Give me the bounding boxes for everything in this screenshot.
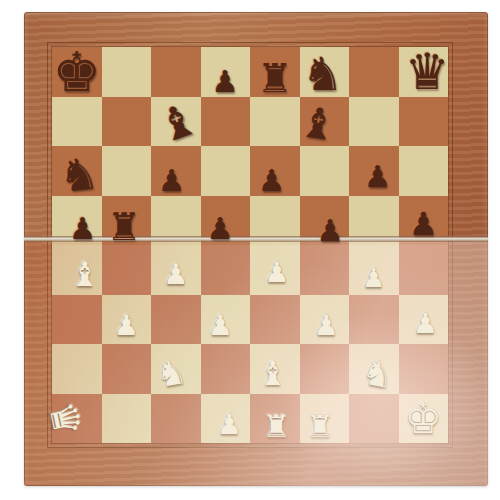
white-pawn-g4[interactable]: ♟ xyxy=(349,241,399,291)
square-h7[interactable] xyxy=(399,97,449,147)
black-knight-a6[interactable]: ♞ xyxy=(54,146,104,196)
white-rook-e1[interactable]: ♜ xyxy=(252,392,302,442)
white-bishop-a4[interactable]: ♝ xyxy=(60,241,110,291)
white-rook-f1[interactable]: ♜ xyxy=(296,392,346,442)
black-king-a8[interactable]: ♚ xyxy=(52,49,102,99)
square-c1[interactable] xyxy=(151,394,201,444)
white-knight-g2[interactable]: ♞ xyxy=(353,342,403,392)
square-d2[interactable] xyxy=(201,344,251,394)
black-pawn-g6[interactable]: ♟ xyxy=(353,142,403,192)
white-queen-a1[interactable]: ♛ xyxy=(40,388,90,438)
square-e3[interactable] xyxy=(250,295,300,345)
white-king-h1[interactable]: ♚ xyxy=(399,390,449,440)
square-b1[interactable] xyxy=(102,394,152,444)
square-b7[interactable] xyxy=(102,97,152,147)
black-rook-e8[interactable]: ♜ xyxy=(250,47,300,97)
black-pawn-h5[interactable]: ♟ xyxy=(399,190,449,240)
black-pawn-d5[interactable]: ♟ xyxy=(196,194,246,244)
wooden-board: ♚♟♜♞♛♝♝♞♟♟♟♟♜♟♟♟♝♟♟♟♟♟♟♟♞♝♞♛♟♜♜♚ xyxy=(24,12,488,486)
white-knight-c2[interactable]: ♞ xyxy=(146,340,196,390)
square-g8[interactable] xyxy=(349,47,399,97)
square-g3[interactable] xyxy=(349,295,399,345)
black-knight-f8[interactable]: ♞ xyxy=(298,47,348,97)
square-b6[interactable] xyxy=(102,146,152,196)
square-c3[interactable] xyxy=(151,295,201,345)
black-pawn-f5[interactable]: ♟ xyxy=(306,196,356,246)
square-c8[interactable] xyxy=(151,47,201,97)
square-f4[interactable] xyxy=(300,245,350,295)
black-pawn-d8[interactable]: ♟ xyxy=(201,47,251,97)
black-rook-b5[interactable]: ♜ xyxy=(100,196,150,246)
square-b2[interactable] xyxy=(102,344,152,394)
square-a2[interactable] xyxy=(52,344,102,394)
white-pawn-d3[interactable]: ♟ xyxy=(196,291,246,341)
white-pawn-f3[interactable]: ♟ xyxy=(302,291,352,341)
black-bishop-f7[interactable]: ♝ xyxy=(294,95,344,145)
black-pawn-e6[interactable]: ♟ xyxy=(247,146,297,196)
square-b8[interactable] xyxy=(102,47,152,97)
square-h2[interactable] xyxy=(399,344,449,394)
white-pawn-e4[interactable]: ♟ xyxy=(252,237,302,287)
white-bishop-e2[interactable]: ♝ xyxy=(248,340,298,390)
square-d7[interactable] xyxy=(201,97,251,147)
black-pawn-c6[interactable]: ♟ xyxy=(147,146,197,196)
square-e7[interactable] xyxy=(250,97,300,147)
square-d6[interactable] xyxy=(201,146,251,196)
square-g7[interactable] xyxy=(349,97,399,147)
white-pawn-c4[interactable]: ♟ xyxy=(151,239,201,289)
square-h6[interactable] xyxy=(399,146,449,196)
square-g5[interactable] xyxy=(349,196,399,246)
square-f2[interactable] xyxy=(300,344,350,394)
white-pawn-b3[interactable]: ♟ xyxy=(102,291,152,341)
square-a3[interactable] xyxy=(52,295,102,345)
square-f6[interactable] xyxy=(300,146,350,196)
square-c5[interactable] xyxy=(151,196,201,246)
square-g1[interactable] xyxy=(349,394,399,444)
square-d4[interactable] xyxy=(201,245,251,295)
white-pawn-h3[interactable]: ♟ xyxy=(401,289,451,339)
black-bishop-c7[interactable]: ♝ xyxy=(153,95,203,145)
black-queen-h8[interactable]: ♛ xyxy=(403,47,453,97)
white-pawn-d1[interactable]: ♟ xyxy=(205,390,255,440)
square-h4[interactable] xyxy=(399,245,449,295)
